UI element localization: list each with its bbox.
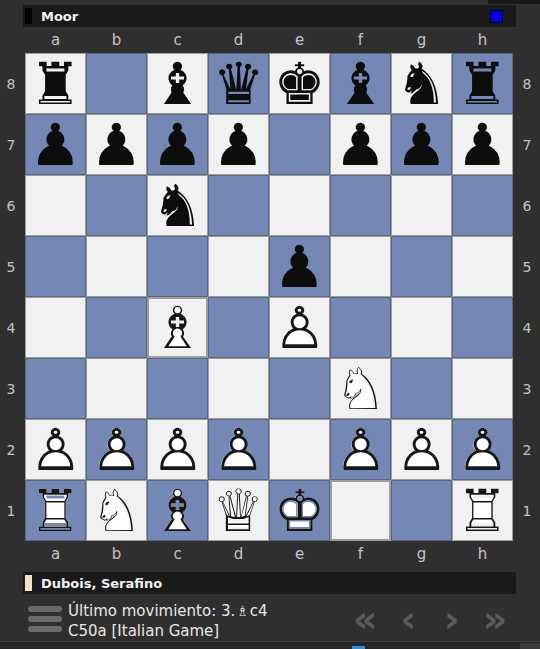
square-e1[interactable]: ♚♔	[269, 480, 330, 541]
square-c8[interactable]: ♝	[147, 53, 208, 114]
nav-next-button[interactable]: ›	[433, 597, 471, 641]
white-bishop[interactable]: ♝♗	[147, 297, 208, 358]
rank-label-6: 6	[517, 175, 537, 236]
file-label-b: b	[86, 541, 147, 567]
square-g5[interactable]	[391, 236, 452, 297]
last-move-label: Último movimiento: 3.	[68, 602, 235, 620]
square-d6[interactable]	[208, 175, 269, 236]
file-label-f: f	[330, 541, 391, 567]
rank-label-7: 7	[517, 114, 537, 175]
square-g6[interactable]	[391, 175, 452, 236]
square-c3[interactable]	[147, 358, 208, 419]
square-d4[interactable]	[208, 297, 269, 358]
square-f8[interactable]: ♝	[330, 53, 391, 114]
nav-previous-button[interactable]: ‹	[389, 597, 427, 641]
white-pawn[interactable]: ♟♙	[330, 419, 391, 480]
square-h7[interactable]: ♟	[452, 114, 513, 175]
rank-label-5: 5	[517, 236, 537, 297]
square-h3[interactable]	[452, 358, 513, 419]
black-knight[interactable]: ♞	[147, 175, 208, 236]
move-info: Último movimiento: 3.♗c4 C50a [Italian G…	[68, 601, 268, 641]
file-label-b: b	[86, 27, 147, 53]
rank-label-2: 2	[517, 419, 537, 480]
rank-label-4: 4	[1, 297, 21, 358]
bishop-icon: ♗	[235, 603, 250, 619]
rank-label-3: 3	[517, 358, 537, 419]
square-b4[interactable]	[86, 297, 147, 358]
black-rook[interactable]: ♜	[452, 53, 513, 114]
nav-last-button[interactable]: »	[476, 597, 514, 641]
rank-labels-right: 87654321	[517, 53, 537, 541]
square-c6[interactable]: ♞	[147, 175, 208, 236]
square-f2[interactable]: ♟♙	[330, 419, 391, 480]
square-d2[interactable]: ♟♙	[208, 419, 269, 480]
black-player-name: Moor	[41, 9, 78, 24]
rank-label-1: 1	[517, 480, 537, 541]
square-e4[interactable]: ♟♙	[269, 297, 330, 358]
file-label-a: a	[25, 541, 86, 567]
white-pawn[interactable]: ♟♙	[147, 419, 208, 480]
white-player-name: Dubois, Serafino	[41, 576, 162, 591]
square-h8[interactable]: ♜	[452, 53, 513, 114]
file-label-e: e	[269, 541, 330, 567]
black-bishop[interactable]: ♝	[330, 53, 391, 114]
rank-label-2: 2	[1, 419, 21, 480]
rank-label-8: 8	[517, 53, 537, 114]
square-g8[interactable]: ♞	[391, 53, 452, 114]
move-navigation: «‹›»	[346, 597, 514, 641]
black-pawn[interactable]: ♟	[330, 114, 391, 175]
white-pawn[interactable]: ♟♙	[208, 419, 269, 480]
white-pawn[interactable]: ♟♙	[452, 419, 513, 480]
square-b5[interactable]	[86, 236, 147, 297]
white-bishop[interactable]: ♝♗	[147, 480, 208, 541]
square-a2[interactable]: ♟♙	[25, 419, 86, 480]
square-f4[interactable]	[330, 297, 391, 358]
white-rook[interactable]: ♜♖	[452, 480, 513, 541]
square-g4[interactable]	[391, 297, 452, 358]
menu-button[interactable]	[28, 606, 62, 636]
square-a5[interactable]	[25, 236, 86, 297]
black-bishop[interactable]: ♝	[147, 53, 208, 114]
square-h6[interactable]	[452, 175, 513, 236]
square-e2[interactable]	[269, 419, 330, 480]
square-g3[interactable]	[391, 358, 452, 419]
file-label-d: d	[208, 541, 269, 567]
white-pawn[interactable]: ♟♙	[86, 419, 147, 480]
square-e3[interactable]	[269, 358, 330, 419]
rank-label-4: 4	[517, 297, 537, 358]
white-knight[interactable]: ♞♘	[86, 480, 147, 541]
square-b1[interactable]: ♞♘	[86, 480, 147, 541]
square-h2[interactable]: ♟♙	[452, 419, 513, 480]
square-f6[interactable]	[330, 175, 391, 236]
square-a1[interactable]: ♜♖	[25, 480, 86, 541]
square-f5[interactable]	[330, 236, 391, 297]
bottom-grey-fragment	[520, 643, 540, 649]
black-pawn[interactable]: ♟	[391, 114, 452, 175]
square-c5[interactable]	[147, 236, 208, 297]
black-rook[interactable]: ♜	[25, 53, 86, 114]
white-pawn[interactable]: ♟♙	[25, 419, 86, 480]
white-pawn[interactable]: ♟♙	[391, 419, 452, 480]
white-rook[interactable]: ♜♖	[25, 480, 86, 541]
square-b2[interactable]: ♟♙	[86, 419, 147, 480]
square-h4[interactable]	[452, 297, 513, 358]
white-king[interactable]: ♚♔	[269, 480, 330, 541]
square-b7[interactable]: ♟	[86, 114, 147, 175]
square-h1[interactable]: ♜♖	[452, 480, 513, 541]
file-label-h: h	[452, 541, 513, 567]
square-d3[interactable]	[208, 358, 269, 419]
square-a3[interactable]	[25, 358, 86, 419]
white-color-indicator	[25, 575, 32, 591]
menu-icon	[28, 606, 62, 612]
square-c7[interactable]: ♟	[147, 114, 208, 175]
black-player-bar: Moor	[23, 5, 516, 27]
rank-label-7: 7	[1, 114, 21, 175]
square-g7[interactable]: ♟	[391, 114, 452, 175]
square-b3[interactable]	[86, 358, 147, 419]
square-d1[interactable]: ♛♕	[208, 480, 269, 541]
file-label-g: g	[391, 541, 452, 567]
square-c2[interactable]: ♟♙	[147, 419, 208, 480]
square-c1[interactable]: ♝♗	[147, 480, 208, 541]
rank-label-8: 8	[1, 53, 21, 114]
black-pawn[interactable]: ♟	[86, 114, 147, 175]
square-e8[interactable]: ♚	[269, 53, 330, 114]
bottom-strip	[0, 642, 540, 649]
white-knight[interactable]: ♞♘	[330, 358, 391, 419]
rank-label-3: 3	[1, 358, 21, 419]
rank-label-1: 1	[1, 480, 21, 541]
chess-app-window: Moor abcdefgh 87654321 ♜♝♛♚♝♞♜♟♟♟♟♟♟♟♞♟♝…	[0, 0, 540, 649]
rank-labels-left: 87654321	[1, 53, 21, 541]
opening-line: C50a [Italian Game]	[68, 621, 268, 641]
black-color-indicator	[25, 8, 32, 24]
square-f7[interactable]: ♟	[330, 114, 391, 175]
square-f3[interactable]: ♞♘	[330, 358, 391, 419]
square-d8[interactable]: ♛	[208, 53, 269, 114]
black-pawn[interactable]: ♟	[25, 114, 86, 175]
square-e7[interactable]	[269, 114, 330, 175]
black-pawn[interactable]: ♟	[269, 236, 330, 297]
menu-icon	[28, 616, 62, 622]
square-e6[interactable]	[269, 175, 330, 236]
black-pawn[interactable]: ♟	[208, 114, 269, 175]
square-a8[interactable]: ♜	[25, 53, 86, 114]
square-c4[interactable]: ♝♗	[147, 297, 208, 358]
side-to-move-marker	[490, 10, 503, 23]
square-d7[interactable]: ♟	[208, 114, 269, 175]
square-g2[interactable]: ♟♙	[391, 419, 452, 480]
white-queen[interactable]: ♛♕	[208, 480, 269, 541]
black-knight[interactable]: ♞	[391, 53, 452, 114]
white-pawn[interactable]: ♟♙	[269, 297, 330, 358]
menu-icon	[28, 626, 62, 632]
black-queen[interactable]: ♛	[208, 53, 269, 114]
last-move-line: Último movimiento: 3.♗c4	[68, 601, 268, 621]
top-edge-strip	[488, 0, 540, 4]
square-g1[interactable]	[391, 480, 452, 541]
rank-label-5: 5	[1, 236, 21, 297]
square-a4[interactable]	[25, 297, 86, 358]
file-label-c: c	[147, 541, 208, 567]
square-a6[interactable]	[25, 175, 86, 236]
nav-first-button[interactable]: «	[346, 597, 384, 641]
last-move-square: c4	[250, 602, 268, 620]
file-labels-bottom: abcdefgh	[25, 541, 513, 567]
rank-label-6: 6	[1, 175, 21, 236]
black-pawn[interactable]: ♟	[147, 114, 208, 175]
black-pawn[interactable]: ♟	[452, 114, 513, 175]
chess-board: ♜♝♛♚♝♞♜♟♟♟♟♟♟♟♞♟♝♗♟♙♞♘♟♙♟♙♟♙♟♙♟♙♟♙♟♙♜♖♞♘…	[25, 53, 513, 541]
square-h5[interactable]	[452, 236, 513, 297]
square-a7[interactable]: ♟	[25, 114, 86, 175]
square-e5[interactable]: ♟	[269, 236, 330, 297]
square-f1[interactable]	[330, 480, 391, 541]
square-d5[interactable]	[208, 236, 269, 297]
white-player-bar: Dubois, Serafino	[23, 572, 516, 594]
square-b6[interactable]	[86, 175, 147, 236]
black-king[interactable]: ♚	[269, 53, 330, 114]
square-b8[interactable]	[86, 53, 147, 114]
